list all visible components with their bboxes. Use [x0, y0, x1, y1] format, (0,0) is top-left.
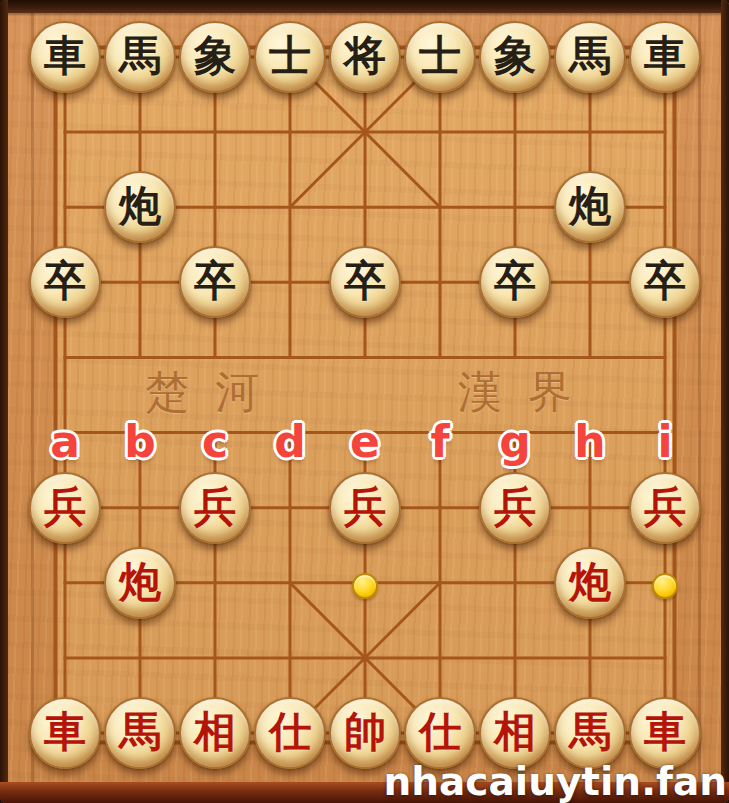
- piece-black-advisor-d10[interactable]: 士: [254, 21, 326, 93]
- piece-glyph: 相: [194, 711, 236, 753]
- piece-black-horse-h10[interactable]: 馬: [554, 21, 626, 93]
- piece-red-cannon-b3[interactable]: 炮: [104, 547, 176, 619]
- piece-glyph: 炮: [569, 185, 611, 227]
- piece-red-advisor-d1[interactable]: 仕: [254, 697, 326, 769]
- piece-red-soldier-a4[interactable]: 兵: [29, 472, 101, 544]
- watermark: nhacaiuytin.fan: [384, 759, 727, 803]
- piece-glyph: 馬: [569, 711, 611, 753]
- piece-glyph: 兵: [44, 486, 86, 528]
- piece-glyph: 兵: [194, 486, 236, 528]
- piece-glyph: 卒: [344, 260, 386, 302]
- board-frame-left: [0, 0, 8, 803]
- piece-glyph: 兵: [344, 486, 386, 528]
- piece-glyph: 帥: [344, 711, 386, 753]
- piece-glyph: 兵: [494, 486, 536, 528]
- piece-black-chariot-a10[interactable]: 車: [29, 21, 101, 93]
- xiangqi-game: 楚河 漢界 車馬象士将士象馬車炮炮卒卒卒卒卒兵兵兵兵兵炮炮車馬相仕帥仕相馬車 a…: [0, 0, 729, 803]
- piece-red-soldier-e4[interactable]: 兵: [329, 472, 401, 544]
- file-label-a: a: [50, 416, 80, 467]
- piece-red-soldier-g4[interactable]: 兵: [479, 472, 551, 544]
- piece-black-elephant-g10[interactable]: 象: [479, 21, 551, 93]
- file-label-b: b: [124, 416, 156, 467]
- piece-black-soldier-e7[interactable]: 卒: [329, 246, 401, 318]
- file-label-f: f: [430, 416, 449, 467]
- piece-glyph: 卒: [494, 260, 536, 302]
- piece-red-soldier-i4[interactable]: 兵: [629, 472, 701, 544]
- piece-glyph: 車: [44, 35, 86, 77]
- piece-glyph: 仕: [269, 711, 311, 753]
- piece-glyph: 馬: [569, 35, 611, 77]
- piece-red-cannon-h3[interactable]: 炮: [554, 547, 626, 619]
- move-hint-dot-e3[interactable]: [352, 573, 378, 599]
- file-label-c: c: [202, 416, 228, 467]
- piece-glyph: 馬: [119, 711, 161, 753]
- piece-black-advisor-f10[interactable]: 士: [404, 21, 476, 93]
- piece-glyph: 炮: [119, 185, 161, 227]
- piece-glyph: 象: [194, 35, 236, 77]
- board-frame-top: [0, 0, 729, 13]
- piece-glyph: 象: [494, 35, 536, 77]
- piece-black-horse-b10[interactable]: 馬: [104, 21, 176, 93]
- piece-red-horse-b1[interactable]: 馬: [104, 697, 176, 769]
- piece-glyph: 士: [419, 35, 461, 77]
- piece-red-soldier-c4[interactable]: 兵: [179, 472, 251, 544]
- piece-glyph: 炮: [569, 561, 611, 603]
- piece-glyph: 将: [344, 35, 386, 77]
- river-label-left: 楚河: [145, 363, 285, 422]
- piece-black-elephant-c10[interactable]: 象: [179, 21, 251, 93]
- piece-glyph: 車: [644, 711, 686, 753]
- file-label-i: i: [657, 416, 672, 467]
- piece-glyph: 士: [269, 35, 311, 77]
- piece-glyph: 馬: [119, 35, 161, 77]
- piece-black-cannon-b8[interactable]: 炮: [104, 171, 176, 243]
- piece-glyph: 卒: [194, 260, 236, 302]
- move-hint-dot-i3[interactable]: [652, 573, 678, 599]
- piece-black-soldier-c7[interactable]: 卒: [179, 246, 251, 318]
- piece-black-general-e10[interactable]: 将: [329, 21, 401, 93]
- file-label-h: h: [574, 416, 605, 467]
- board-frame-right: [721, 0, 729, 803]
- river-label-right: 漢界: [458, 363, 598, 422]
- file-label-g: g: [499, 416, 531, 467]
- piece-glyph: 仕: [419, 711, 461, 753]
- piece-glyph: 炮: [119, 561, 161, 603]
- piece-black-soldier-i7[interactable]: 卒: [629, 246, 701, 318]
- piece-glyph: 相: [494, 711, 536, 753]
- piece-glyph: 卒: [44, 260, 86, 302]
- piece-glyph: 兵: [644, 486, 686, 528]
- board-surface[interactable]: [30, 22, 700, 768]
- piece-glyph: 車: [644, 35, 686, 77]
- piece-black-soldier-g7[interactable]: 卒: [479, 246, 551, 318]
- piece-red-elephant-c1[interactable]: 相: [179, 697, 251, 769]
- file-label-d: d: [274, 416, 306, 467]
- file-label-e: e: [350, 416, 380, 467]
- piece-black-soldier-a7[interactable]: 卒: [29, 246, 101, 318]
- piece-red-chariot-a1[interactable]: 車: [29, 697, 101, 769]
- piece-glyph: 卒: [644, 260, 686, 302]
- piece-black-chariot-i10[interactable]: 車: [629, 21, 701, 93]
- piece-glyph: 車: [44, 711, 86, 753]
- piece-black-cannon-h8[interactable]: 炮: [554, 171, 626, 243]
